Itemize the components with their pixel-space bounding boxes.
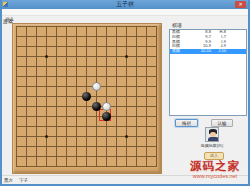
white-stone (102, 102, 111, 111)
move-list[interactable]: 黑棋8-8H-8白棋9-7I-7黑棋9-9I-9白棋10-9J-9黑棋10-10… (169, 29, 247, 116)
board-group-label: 棋盘 (5, 17, 14, 22)
black-stone (82, 92, 91, 101)
window-title: 五子棋 (0, 0, 250, 9)
title-bar: 五子棋 ✕ (0, 0, 250, 9)
watermark-url[interactable]: www.mycodes.net (184, 173, 246, 179)
board-grid[interactable] (16, 26, 157, 167)
star-point (125, 55, 128, 58)
watermark: 进入 源码之家 www.mycodes.net (184, 152, 246, 184)
avatar-body (208, 137, 219, 142)
status-left: 黑方 (4, 178, 13, 183)
mr-xy: 10-10 (196, 49, 211, 54)
close-icon[interactable]: ✕ (235, 1, 246, 8)
black-stone (102, 112, 111, 121)
app-window: 五子棋 ✕ 游戏 棋盘 棋谱 黑棋8-8H-8白棋9-7I-7黑棋9-9I-9白… (0, 0, 250, 186)
avatar (205, 127, 219, 142)
star-point (125, 135, 128, 138)
move-record-label: 棋谱 (172, 22, 182, 28)
avatar-caption: 电脑玩家(白) (190, 143, 234, 148)
star-point (45, 135, 48, 138)
resign-button[interactable]: 认输 (211, 119, 233, 127)
star-point (45, 55, 48, 58)
mr-side: 黑棋 (172, 49, 196, 54)
undo-button[interactable]: 悔棋 (175, 119, 198, 127)
menu-bar: 游戏 (0, 9, 250, 16)
move-row[interactable]: 黑棋10-10J-10 (170, 49, 246, 54)
gomoku-board (12, 23, 162, 174)
mr-coord: J-10 (211, 49, 226, 54)
status-right: 下子 (19, 178, 28, 183)
black-stone (92, 102, 101, 111)
watermark-title: 源码之家 (185, 159, 245, 174)
app-icon (3, 2, 8, 7)
white-stone (92, 82, 101, 91)
